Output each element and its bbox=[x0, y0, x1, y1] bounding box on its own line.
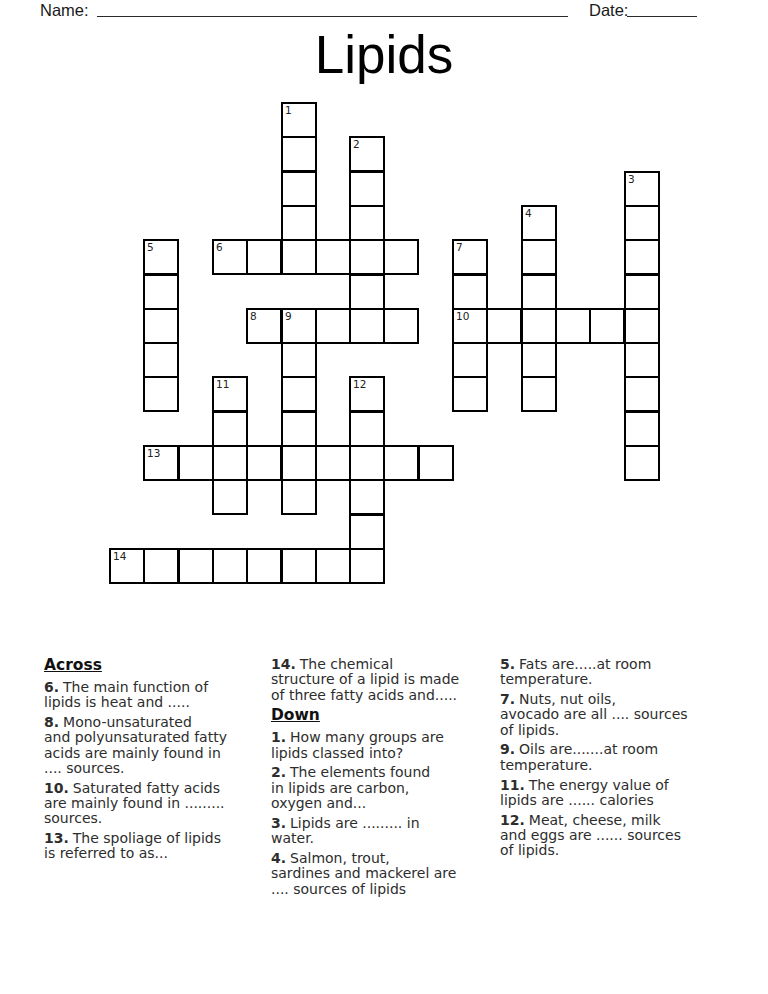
name-input-line[interactable] bbox=[97, 2, 568, 17]
clue-text: Fats are.....at room temperature. bbox=[500, 656, 651, 687]
clue-num: 9. bbox=[500, 741, 515, 757]
clue-num: 2. bbox=[271, 764, 286, 780]
grid-cell[interactable] bbox=[486, 308, 522, 344]
grid-cell[interactable] bbox=[212, 548, 248, 584]
clue-number: 11 bbox=[216, 378, 229, 390]
clue-number: 1 bbox=[285, 104, 292, 116]
grid-cell[interactable]: 5 bbox=[143, 239, 179, 275]
clue: 1.How many groups are lipids classed int… bbox=[271, 730, 503, 761]
clue-num: 4. bbox=[271, 850, 286, 866]
down-clues-part2: 5.Fats are.....at room temperature.7.Nut… bbox=[500, 657, 732, 859]
page-title: Lipids bbox=[0, 26, 768, 84]
clue-text: Saturated fatty acids are mainly found i… bbox=[44, 780, 225, 827]
grid-cell[interactable]: 13 bbox=[143, 445, 179, 481]
grid-cell[interactable] bbox=[281, 205, 317, 241]
grid-cell[interactable]: 6 bbox=[212, 239, 248, 275]
clue-number: 12 bbox=[353, 378, 366, 390]
clue-text: Lipids are ......... in water. bbox=[271, 815, 420, 846]
worksheet-page: Name: Date: Lipids 1234567891011121314 A… bbox=[0, 0, 768, 994]
clue: 8.Mono-unsaturated and polyunsaturated f… bbox=[44, 715, 276, 776]
grid-cell[interactable] bbox=[246, 445, 282, 481]
grid-cell[interactable] bbox=[349, 411, 385, 447]
grid-cell[interactable] bbox=[349, 171, 385, 207]
clue: 10.Saturated fatty acids are mainly foun… bbox=[44, 781, 276, 827]
grid-cell[interactable] bbox=[624, 376, 660, 412]
clue-num: 11. bbox=[500, 777, 525, 793]
clue-number: 8 bbox=[250, 310, 257, 322]
grid-cell[interactable] bbox=[281, 548, 317, 584]
clue-num: 7. bbox=[500, 691, 515, 707]
grid-cell[interactable] bbox=[281, 411, 317, 447]
clue: 4.Salmon, trout, sardines and mackerel a… bbox=[271, 851, 503, 897]
grid-cell[interactable] bbox=[624, 411, 660, 447]
clue-text: The chemical structure of a lipid is mad… bbox=[271, 656, 459, 703]
clue-number: 9 bbox=[285, 310, 292, 322]
clue-text: Mono-unsaturated and polyunsaturated fat… bbox=[44, 714, 227, 776]
clue-num: 3. bbox=[271, 815, 286, 831]
clue-column-left: Across 6.The main function of lipids is … bbox=[44, 657, 276, 866]
clue-column-middle: 14.The chemical structure of a lipid is … bbox=[271, 657, 503, 901]
grid-cell[interactable] bbox=[383, 239, 419, 275]
grid-cell[interactable] bbox=[178, 445, 214, 481]
grid-cell[interactable] bbox=[281, 239, 317, 275]
clue-text: The main function of lipids is heat and … bbox=[44, 679, 208, 710]
grid-cell[interactable] bbox=[349, 239, 385, 275]
clue-num: 6. bbox=[44, 679, 59, 695]
grid-cell[interactable]: 11 bbox=[212, 376, 248, 412]
grid-cell[interactable] bbox=[143, 342, 179, 378]
grid-cell[interactable] bbox=[624, 445, 660, 481]
clue-text: Nuts, nut oils, avocado are all .... sou… bbox=[500, 691, 688, 738]
clue-num: 14. bbox=[271, 656, 296, 672]
clue: 5.Fats are.....at room temperature. bbox=[500, 657, 732, 688]
grid-cell[interactable] bbox=[383, 445, 419, 481]
grid-cell[interactable]: 7 bbox=[452, 239, 488, 275]
grid-cell[interactable] bbox=[624, 342, 660, 378]
across-clues-part1: 6.The main function of lipids is heat an… bbox=[44, 680, 276, 862]
grid-cell[interactable] bbox=[349, 548, 385, 584]
clue: 3.Lipids are ......... in water. bbox=[271, 816, 503, 847]
clue-number: 6 bbox=[216, 241, 223, 253]
grid-cell[interactable] bbox=[349, 274, 385, 310]
grid-cell[interactable] bbox=[452, 274, 488, 310]
clue-num: 8. bbox=[44, 714, 59, 730]
grid-cell[interactable] bbox=[349, 445, 385, 481]
grid-cell[interactable] bbox=[246, 548, 282, 584]
grid-cell[interactable] bbox=[521, 274, 557, 310]
clue-text: How many groups are lipids classed into? bbox=[271, 729, 444, 760]
grid-cell[interactable] bbox=[521, 342, 557, 378]
clue-text: Meat, cheese, milk and eggs are ...... s… bbox=[500, 812, 681, 859]
grid-cell[interactable]: 1 bbox=[281, 102, 317, 138]
clue-number: 5 bbox=[147, 241, 154, 253]
grid-cell[interactable] bbox=[281, 479, 317, 515]
clue-text: The elements found in lipids are carbon,… bbox=[271, 764, 430, 811]
clue: 2.The elements found in lipids are carbo… bbox=[271, 765, 503, 811]
grid-cell[interactable] bbox=[349, 308, 385, 344]
grid-cell[interactable] bbox=[178, 548, 214, 584]
clue-text: The spoliage of lipids is referred to as… bbox=[44, 830, 221, 861]
grid-cell[interactable] bbox=[281, 342, 317, 378]
grid-cell[interactable] bbox=[624, 205, 660, 241]
grid-cell[interactable]: 2 bbox=[349, 136, 385, 172]
grid-cell[interactable] bbox=[349, 514, 385, 550]
clue-num: 12. bbox=[500, 812, 525, 828]
grid-cell[interactable] bbox=[349, 479, 385, 515]
grid-cell[interactable]: 4 bbox=[521, 205, 557, 241]
grid-cell[interactable] bbox=[452, 376, 488, 412]
grid-cell[interactable] bbox=[452, 342, 488, 378]
grid-cell[interactable] bbox=[521, 308, 557, 344]
grid-cell[interactable] bbox=[521, 239, 557, 275]
grid-cell[interactable] bbox=[521, 376, 557, 412]
grid-cell[interactable] bbox=[212, 411, 248, 447]
grid-cell[interactable] bbox=[143, 376, 179, 412]
grid-cell[interactable]: 9 bbox=[281, 308, 317, 344]
grid-cell[interactable] bbox=[281, 376, 317, 412]
clue-num: 5. bbox=[500, 656, 515, 672]
grid-cell[interactable] bbox=[281, 445, 317, 481]
grid-cell[interactable] bbox=[281, 171, 317, 207]
grid-cell[interactable] bbox=[315, 308, 351, 344]
grid-cell[interactable]: 3 bbox=[624, 171, 660, 207]
clue-text: Oils are.......at room temperature. bbox=[500, 741, 658, 772]
down-clues-part1: 1.How many groups are lipids classed int… bbox=[271, 730, 503, 896]
clue-number: 4 bbox=[525, 207, 532, 219]
grid-cell[interactable]: 8 bbox=[246, 308, 282, 344]
grid-cell[interactable] bbox=[143, 308, 179, 344]
grid-cell[interactable] bbox=[315, 239, 351, 275]
grid-cell[interactable] bbox=[383, 308, 419, 344]
grid-cell[interactable] bbox=[143, 274, 179, 310]
clue: 13.The spoliage of lipids is referred to… bbox=[44, 831, 276, 862]
grid-cell[interactable]: 14 bbox=[109, 548, 145, 584]
grid-cell[interactable] bbox=[624, 239, 660, 275]
grid-cell[interactable] bbox=[281, 136, 317, 172]
clue-num: 1. bbox=[271, 729, 286, 745]
clue: 7.Nuts, nut oils, avocado are all .... s… bbox=[500, 692, 732, 738]
clue: 6.The main function of lipids is heat an… bbox=[44, 680, 276, 711]
clue-num: 13. bbox=[44, 830, 69, 846]
clue-number: 2 bbox=[353, 138, 360, 150]
clue: 9.Oils are.......at room temperature. bbox=[500, 742, 732, 773]
grid-cell[interactable]: 12 bbox=[349, 376, 385, 412]
clue-number: 3 bbox=[628, 173, 635, 185]
across-heading: Across bbox=[44, 657, 276, 674]
clue-number: 13 bbox=[147, 447, 160, 459]
grid-cell[interactable] bbox=[315, 445, 351, 481]
grid-cell[interactable] bbox=[555, 308, 591, 344]
clue-number: 7 bbox=[456, 241, 463, 253]
date-label: Date: bbox=[589, 1, 628, 20]
grid-cell[interactable] bbox=[212, 445, 248, 481]
grid-cell[interactable] bbox=[143, 548, 179, 584]
grid-cell[interactable] bbox=[624, 274, 660, 310]
date-input-line[interactable] bbox=[627, 2, 697, 17]
grid-cell[interactable] bbox=[246, 239, 282, 275]
down-heading: Down bbox=[271, 707, 503, 724]
clue: 12.Meat, cheese, milk and eggs are .....… bbox=[500, 813, 732, 859]
grid-cell[interactable] bbox=[589, 308, 625, 344]
clue-number: 14 bbox=[113, 550, 126, 562]
grid-cell[interactable] bbox=[624, 308, 660, 344]
clue-text: Salmon, trout, sardines and mackerel are… bbox=[271, 850, 456, 897]
grid-cell[interactable] bbox=[418, 445, 454, 481]
grid-cell[interactable] bbox=[349, 205, 385, 241]
grid-cell[interactable]: 10 bbox=[452, 308, 488, 344]
clue-number: 10 bbox=[456, 310, 469, 322]
grid-cell[interactable] bbox=[212, 479, 248, 515]
across-clues-part2: 14.The chemical structure of a lipid is … bbox=[271, 657, 503, 703]
clue: 11.The energy value of lipids are ......… bbox=[500, 778, 732, 809]
clue-text: The energy value of lipids are ...... ca… bbox=[500, 777, 669, 808]
clue-column-right: 5.Fats are.....at room temperature.7.Nut… bbox=[500, 657, 732, 863]
grid-cell[interactable] bbox=[315, 548, 351, 584]
clue-num: 10. bbox=[44, 780, 69, 796]
name-label: Name: bbox=[40, 1, 89, 20]
clue: 14.The chemical structure of a lipid is … bbox=[271, 657, 503, 703]
